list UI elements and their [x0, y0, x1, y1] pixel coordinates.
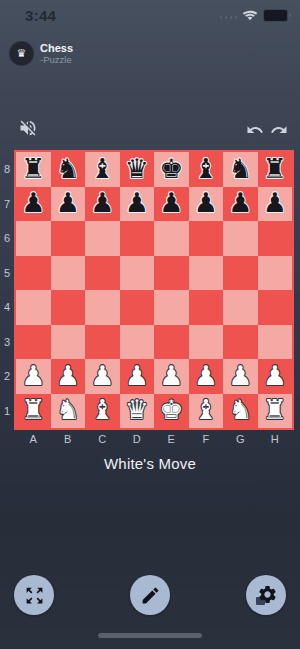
- settings-button[interactable]: [246, 575, 286, 615]
- square-c7[interactable]: ♟: [85, 187, 120, 222]
- file-label-d: D: [120, 433, 155, 445]
- square-h6[interactable]: [258, 221, 293, 256]
- piece-black-pawn[interactable]: ♟: [228, 189, 252, 216]
- square-e6[interactable]: [154, 221, 189, 256]
- square-a4[interactable]: [16, 290, 51, 325]
- status-bar: 3:44: [0, 0, 300, 28]
- redo-arrow-icon[interactable]: [270, 121, 288, 136]
- square-b1[interactable]: ♞: [51, 394, 86, 429]
- square-a3[interactable]: [16, 325, 51, 360]
- piece-white-bishop[interactable]: ♝: [194, 396, 218, 423]
- square-a1[interactable]: ♜: [16, 394, 51, 429]
- rank-labels: 87654321: [0, 152, 14, 428]
- piece-black-bishop[interactable]: ♝: [194, 155, 218, 182]
- square-e8[interactable]: ♚: [154, 152, 189, 187]
- file-labels: ABCDEFGH: [16, 433, 292, 445]
- square-e1[interactable]: ♚: [154, 394, 189, 429]
- cellular-signal-icon: [220, 16, 238, 19]
- square-e5[interactable]: [154, 256, 189, 291]
- piece-white-bishop[interactable]: ♝: [90, 396, 114, 423]
- piece-white-pawn[interactable]: ♟: [228, 362, 252, 389]
- piece-black-rook[interactable]: ♜: [263, 155, 287, 182]
- rank-label-1: 1: [0, 394, 14, 429]
- square-g3[interactable]: [223, 325, 258, 360]
- battery-icon: [263, 9, 288, 22]
- edit-button[interactable]: [130, 575, 170, 615]
- file-label-c: C: [85, 433, 120, 445]
- rank-label-6: 6: [0, 221, 14, 256]
- chess-board-frame: ♜♞♝♛♚♝♞♜♟♟♟♟♟♟♟♟♟♟♟♟♟♟♟♟♜♞♝♛♚♝♞♜: [14, 150, 294, 430]
- piece-white-pawn[interactable]: ♟: [90, 362, 114, 389]
- piece-white-knight[interactable]: ♞: [228, 396, 252, 423]
- square-g5[interactable]: [223, 256, 258, 291]
- square-b3[interactable]: [51, 325, 86, 360]
- piece-black-pawn[interactable]: ♟: [159, 189, 183, 216]
- square-c3[interactable]: [85, 325, 120, 360]
- rank-label-3: 3: [0, 325, 14, 360]
- piece-white-pawn[interactable]: ♟: [21, 362, 45, 389]
- square-h4[interactable]: [258, 290, 293, 325]
- file-label-h: H: [258, 433, 293, 445]
- square-h8[interactable]: ♜: [258, 152, 293, 187]
- square-b5[interactable]: [51, 256, 86, 291]
- square-f1[interactable]: ♝: [189, 394, 224, 429]
- square-f5[interactable]: [189, 256, 224, 291]
- piece-white-pawn[interactable]: ♟: [125, 362, 149, 389]
- muted-speaker-icon[interactable]: [18, 118, 38, 138]
- file-label-f: F: [189, 433, 224, 445]
- square-b4[interactable]: [51, 290, 86, 325]
- piece-black-knight[interactable]: ♞: [56, 155, 80, 182]
- piece-black-knight[interactable]: ♞: [228, 155, 252, 182]
- piece-black-rook[interactable]: ♜: [21, 155, 45, 182]
- piece-black-pawn[interactable]: ♟: [125, 189, 149, 216]
- square-e7[interactable]: ♟: [154, 187, 189, 222]
- piece-white-rook[interactable]: ♜: [263, 396, 287, 423]
- file-label-a: A: [16, 433, 51, 445]
- app-subtitle: -Puzzle: [40, 54, 73, 65]
- square-g6[interactable]: [223, 221, 258, 256]
- resize-board-button[interactable]: [14, 575, 54, 615]
- status-icons: [220, 9, 289, 22]
- square-a2[interactable]: ♟: [16, 359, 51, 394]
- file-label-e: E: [154, 433, 189, 445]
- square-h2[interactable]: ♟: [258, 359, 293, 394]
- chess-board: ♜♞♝♛♚♝♞♜♟♟♟♟♟♟♟♟♟♟♟♟♟♟♟♟♜♞♝♛♚♝♞♜: [16, 152, 292, 428]
- square-c8[interactable]: ♝: [85, 152, 120, 187]
- piece-white-pawn[interactable]: ♟: [263, 362, 287, 389]
- square-d4[interactable]: [120, 290, 155, 325]
- square-a5[interactable]: [16, 256, 51, 291]
- gear-icon: [257, 584, 278, 605]
- turn-indicator: White's Move: [0, 455, 300, 472]
- piece-black-pawn[interactable]: ♟: [56, 189, 80, 216]
- piece-black-pawn[interactable]: ♟: [21, 189, 45, 216]
- square-d2[interactable]: ♟: [120, 359, 155, 394]
- piece-black-pawn[interactable]: ♟: [263, 189, 287, 216]
- expand-arrows-icon: [24, 585, 45, 606]
- app-header: ♛ Chess -Puzzle: [10, 42, 73, 65]
- app-title: Chess: [40, 42, 73, 54]
- home-indicator[interactable]: [98, 633, 202, 638]
- piece-black-pawn[interactable]: ♟: [194, 189, 218, 216]
- rank-label-8: 8: [0, 152, 14, 187]
- square-d6[interactable]: [120, 221, 155, 256]
- piece-black-queen[interactable]: ♛: [125, 155, 149, 182]
- square-g1[interactable]: ♞: [223, 394, 258, 429]
- square-d5[interactable]: [120, 256, 155, 291]
- square-f4[interactable]: [189, 290, 224, 325]
- wifi-icon: [242, 10, 258, 22]
- square-a7[interactable]: ♟: [16, 187, 51, 222]
- square-d1[interactable]: ♛: [120, 394, 155, 429]
- piece-white-knight[interactable]: ♞: [56, 396, 80, 423]
- square-a6[interactable]: [16, 221, 51, 256]
- piece-white-king[interactable]: ♚: [159, 396, 183, 423]
- square-c1[interactable]: ♝: [85, 394, 120, 429]
- piece-black-pawn[interactable]: ♟: [90, 189, 114, 216]
- rank-label-5: 5: [0, 256, 14, 291]
- rank-label-4: 4: [0, 290, 14, 325]
- square-b2[interactable]: ♟: [51, 359, 86, 394]
- square-a8[interactable]: ♜: [16, 152, 51, 187]
- file-label-b: B: [51, 433, 86, 445]
- square-f3[interactable]: [189, 325, 224, 360]
- undo-arrow-icon[interactable]: [246, 121, 264, 136]
- square-h7[interactable]: ♟: [258, 187, 293, 222]
- piece-black-bishop[interactable]: ♝: [90, 155, 114, 182]
- piece-white-rook[interactable]: ♜: [21, 396, 45, 423]
- square-d3[interactable]: [120, 325, 155, 360]
- square-h3[interactable]: [258, 325, 293, 360]
- square-f8[interactable]: ♝: [189, 152, 224, 187]
- square-c4[interactable]: [85, 290, 120, 325]
- square-c2[interactable]: ♟: [85, 359, 120, 394]
- square-b8[interactable]: ♞: [51, 152, 86, 187]
- square-b6[interactable]: [51, 221, 86, 256]
- chess-puzzle-app: 3:44 ♛ Chess -Puzzle 87654321 ♜♞♝♛♚♝♞♜♟♟…: [0, 0, 300, 649]
- square-c6[interactable]: [85, 221, 120, 256]
- piece-black-king[interactable]: ♚: [159, 155, 183, 182]
- square-e2[interactable]: ♟: [154, 359, 189, 394]
- piece-white-pawn[interactable]: ♟: [56, 362, 80, 389]
- square-f6[interactable]: [189, 221, 224, 256]
- rank-label-2: 2: [0, 359, 14, 394]
- piece-white-queen[interactable]: ♛: [125, 396, 149, 423]
- square-g8[interactable]: ♞: [223, 152, 258, 187]
- pencil-icon: [140, 585, 161, 606]
- rank-label-7: 7: [0, 187, 14, 222]
- square-b7[interactable]: ♟: [51, 187, 86, 222]
- clock: 3:44: [25, 7, 56, 24]
- square-g2[interactable]: ♟: [223, 359, 258, 394]
- square-h5[interactable]: [258, 256, 293, 291]
- square-f7[interactable]: ♟: [189, 187, 224, 222]
- square-e3[interactable]: [154, 325, 189, 360]
- square-e4[interactable]: [154, 290, 189, 325]
- square-g4[interactable]: [223, 290, 258, 325]
- piece-white-pawn[interactable]: ♟: [194, 362, 218, 389]
- square-d7[interactable]: ♟: [120, 187, 155, 222]
- file-label-g: G: [223, 433, 258, 445]
- square-d8[interactable]: ♛: [120, 152, 155, 187]
- crown-logo-icon: ♛: [10, 42, 33, 65]
- square-g7[interactable]: ♟: [223, 187, 258, 222]
- square-f2[interactable]: ♟: [189, 359, 224, 394]
- piece-white-pawn[interactable]: ♟: [159, 362, 183, 389]
- square-c5[interactable]: [85, 256, 120, 291]
- square-h1[interactable]: ♜: [258, 394, 293, 429]
